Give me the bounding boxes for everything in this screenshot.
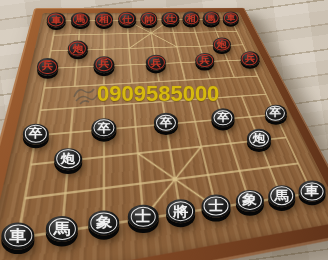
watermark-logo: [70, 84, 100, 110]
photo-scene: 車馬相仕帥仕相馬車炮炮兵兵兵兵兵卒卒卒卒卒炮炮車馬象士將士象馬車 0909585…: [0, 0, 328, 260]
watermark-emblem-icon: [70, 84, 100, 106]
phone-number-overlay: 0909585000: [97, 81, 219, 107]
